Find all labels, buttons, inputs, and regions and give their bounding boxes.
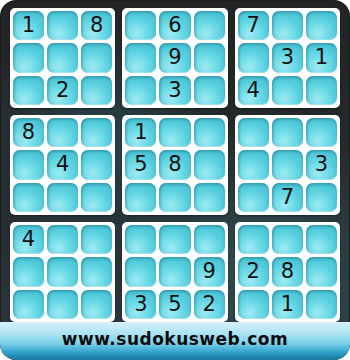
- cell-r6c4[interactable]: [125, 183, 156, 212]
- cell-r1c2[interactable]: [47, 11, 78, 40]
- box-1-3: 7314: [235, 8, 340, 108]
- cell-r8c3[interactable]: [81, 257, 112, 286]
- cell-r5c4[interactable]: 5: [125, 150, 156, 179]
- cell-r5c1[interactable]: [13, 150, 44, 179]
- cell-r7c5[interactable]: [159, 225, 190, 254]
- cell-r7c7[interactable]: [238, 225, 269, 254]
- cell-r2c1[interactable]: [13, 43, 44, 72]
- cell-r6c9[interactable]: [306, 183, 337, 212]
- cell-r2c3[interactable]: [81, 43, 112, 72]
- cell-r9c1[interactable]: [13, 290, 44, 319]
- cell-r4c2[interactable]: [47, 118, 78, 147]
- sudoku-widget: 1826937314841583749352281 www.sudokusweb…: [0, 0, 350, 360]
- cell-r6c5[interactable]: [159, 183, 190, 212]
- cell-r3c3[interactable]: [81, 76, 112, 105]
- cell-r9c7[interactable]: [238, 290, 269, 319]
- cell-r7c1[interactable]: 4: [13, 225, 44, 254]
- cell-r6c7[interactable]: [238, 183, 269, 212]
- box-1-1: 182: [10, 8, 115, 108]
- cell-r6c2[interactable]: [47, 183, 78, 212]
- cell-r8c5[interactable]: [159, 257, 190, 286]
- cell-r1c9[interactable]: [306, 11, 337, 40]
- cell-r8c1[interactable]: [13, 257, 44, 286]
- sudoku-board: 1826937314841583749352281: [10, 8, 340, 322]
- box-3-1: 4: [10, 222, 115, 322]
- footer-band: www.sudokusweb.com: [0, 322, 350, 360]
- cell-r1c1[interactable]: 1: [13, 11, 44, 40]
- cell-r8c6[interactable]: 9: [194, 257, 225, 286]
- cell-r5c8[interactable]: [272, 150, 303, 179]
- cell-r9c2[interactable]: [47, 290, 78, 319]
- cell-r3c4[interactable]: [125, 76, 156, 105]
- cell-r3c1[interactable]: [13, 76, 44, 105]
- cell-r7c4[interactable]: [125, 225, 156, 254]
- cell-r5c7[interactable]: [238, 150, 269, 179]
- cell-r5c6[interactable]: [194, 150, 225, 179]
- cell-r5c3[interactable]: [81, 150, 112, 179]
- cell-r9c9[interactable]: [306, 290, 337, 319]
- cell-r6c1[interactable]: [13, 183, 44, 212]
- box-2-2: 158: [122, 115, 227, 215]
- cell-r2c5[interactable]: 9: [159, 43, 190, 72]
- cell-r8c7[interactable]: 2: [238, 257, 269, 286]
- cell-r4c5[interactable]: [159, 118, 190, 147]
- cell-r9c6[interactable]: 2: [194, 290, 225, 319]
- cell-r5c5[interactable]: 8: [159, 150, 190, 179]
- cell-r1c3[interactable]: 8: [81, 11, 112, 40]
- cell-r3c8[interactable]: [272, 76, 303, 105]
- cell-r5c2[interactable]: 4: [47, 150, 78, 179]
- cell-r4c1[interactable]: 8: [13, 118, 44, 147]
- cell-r3c2[interactable]: 2: [47, 76, 78, 105]
- cell-r2c6[interactable]: [194, 43, 225, 72]
- cell-r3c9[interactable]: [306, 76, 337, 105]
- board-frame: 1826937314841583749352281 www.sudokusweb…: [0, 0, 350, 360]
- cell-r2c9[interactable]: 1: [306, 43, 337, 72]
- cell-r4c6[interactable]: [194, 118, 225, 147]
- box-2-3: 37: [235, 115, 340, 215]
- box-1-2: 693: [122, 8, 227, 108]
- cell-r6c6[interactable]: [194, 183, 225, 212]
- box-3-2: 9352: [122, 222, 227, 322]
- cell-r2c7[interactable]: [238, 43, 269, 72]
- cell-r2c8[interactable]: 3: [272, 43, 303, 72]
- cell-r9c4[interactable]: 3: [125, 290, 156, 319]
- cell-r7c2[interactable]: [47, 225, 78, 254]
- cell-r3c5[interactable]: 3: [159, 76, 190, 105]
- cell-r6c3[interactable]: [81, 183, 112, 212]
- cell-r1c6[interactable]: [194, 11, 225, 40]
- cell-r2c2[interactable]: [47, 43, 78, 72]
- cell-r8c4[interactable]: [125, 257, 156, 286]
- cell-r8c8[interactable]: 8: [272, 257, 303, 286]
- cell-r4c7[interactable]: [238, 118, 269, 147]
- cell-r1c4[interactable]: [125, 11, 156, 40]
- cell-r4c3[interactable]: [81, 118, 112, 147]
- cell-r7c8[interactable]: [272, 225, 303, 254]
- cell-r3c7[interactable]: 4: [238, 76, 269, 105]
- cell-r3c6[interactable]: [194, 76, 225, 105]
- cell-r7c6[interactable]: [194, 225, 225, 254]
- cell-r7c9[interactable]: [306, 225, 337, 254]
- cell-r1c5[interactable]: 6: [159, 11, 190, 40]
- cell-r8c2[interactable]: [47, 257, 78, 286]
- box-2-1: 84: [10, 115, 115, 215]
- box-3-3: 281: [235, 222, 340, 322]
- cell-r4c9[interactable]: [306, 118, 337, 147]
- cell-r2c4[interactable]: [125, 43, 156, 72]
- site-link[interactable]: www.sudokusweb.com: [62, 329, 288, 353]
- cell-r8c9[interactable]: [306, 257, 337, 286]
- cell-r4c4[interactable]: 1: [125, 118, 156, 147]
- cell-r1c8[interactable]: [272, 11, 303, 40]
- cell-r9c5[interactable]: 5: [159, 290, 190, 319]
- cell-r1c7[interactable]: 7: [238, 11, 269, 40]
- cell-r6c8[interactable]: 7: [272, 183, 303, 212]
- cell-r5c9[interactable]: 3: [306, 150, 337, 179]
- cell-r7c3[interactable]: [81, 225, 112, 254]
- cell-r4c8[interactable]: [272, 118, 303, 147]
- cell-r9c3[interactable]: [81, 290, 112, 319]
- cell-r9c8[interactable]: 1: [272, 290, 303, 319]
